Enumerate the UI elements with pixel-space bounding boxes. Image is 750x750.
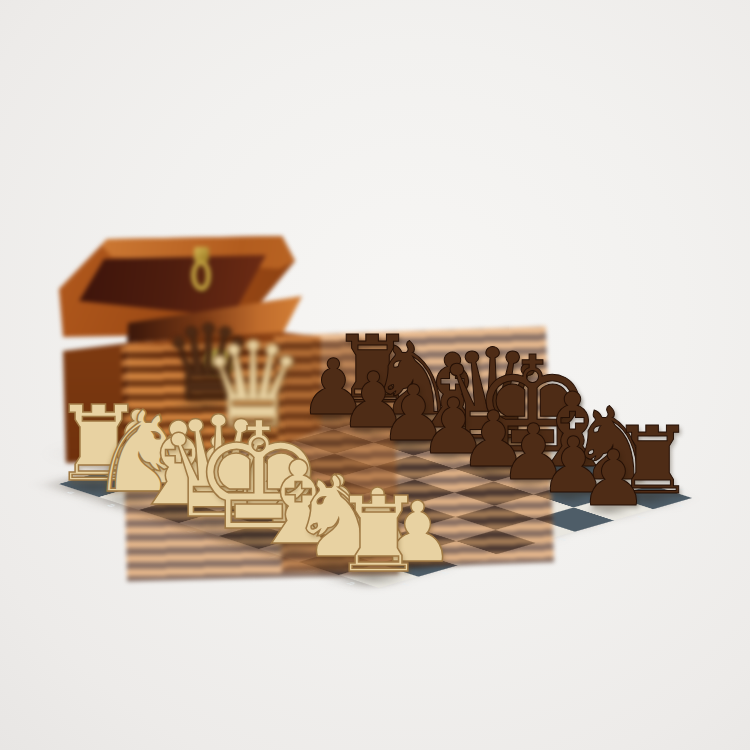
- piece-white-rook-h1: ♜: [332, 483, 425, 587]
- brass-clasp-ring-icon: [191, 260, 211, 291]
- piece-black-pawn-h7: ♟: [579, 441, 648, 518]
- photo-scene: aa11bb22cc33dd44ee55ff66gg77hh88 ♜♞♝♛♚♝♞…: [0, 0, 750, 750]
